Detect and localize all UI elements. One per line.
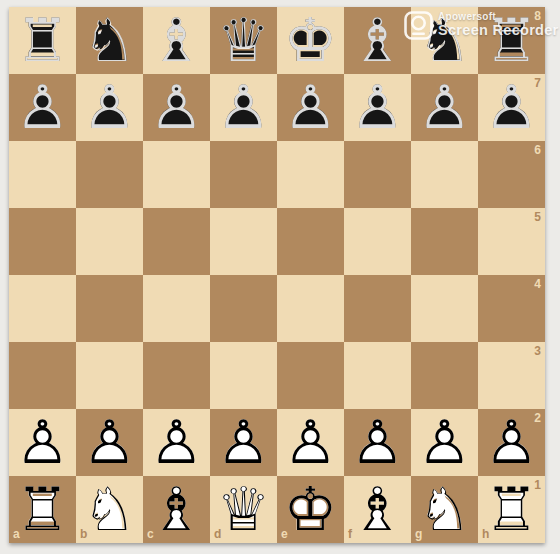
square-g7[interactable]: ♟♙ — [411, 74, 478, 141]
square-h4[interactable]: 4 — [478, 275, 545, 342]
chess-board: ♜♖♞♘♝♗♛♕♚♔♝♗♞♘8♜♖♟♙♟♙♟♙♟♙♟♙♟♙♟♙7♟♙6543♟♙… — [9, 7, 545, 543]
square-a3[interactable] — [9, 342, 76, 409]
square-b8[interactable]: ♞♘ — [76, 7, 143, 74]
square-b4[interactable] — [76, 275, 143, 342]
square-e4[interactable] — [277, 275, 344, 342]
square-h1[interactable]: 1h♜♖ — [478, 476, 545, 543]
square-d4[interactable] — [210, 275, 277, 342]
white-pawn-outline: ♙ — [344, 409, 411, 476]
white-bishop-outline: ♗ — [143, 476, 210, 543]
white-pawn-outline: ♙ — [411, 409, 478, 476]
white-queen-d1[interactable]: ♛♕ — [210, 476, 277, 543]
black-rook-outline: ♖ — [9, 7, 76, 74]
white-knight-g1[interactable]: ♞♘ — [411, 476, 478, 543]
square-g6[interactable] — [411, 141, 478, 208]
square-d7[interactable]: ♟♙ — [210, 74, 277, 141]
white-pawn-outline: ♙ — [277, 409, 344, 476]
square-g4[interactable] — [411, 275, 478, 342]
white-bishop-outline: ♗ — [344, 476, 411, 543]
black-knight-b8[interactable]: ♞♘ — [76, 7, 143, 74]
rank-label-6: 6 — [534, 144, 541, 156]
black-knight-outline: ♘ — [411, 7, 478, 74]
rank-label-3: 3 — [534, 345, 541, 357]
white-pawn-outline: ♙ — [210, 409, 277, 476]
black-pawn-outline: ♙ — [344, 74, 411, 141]
square-f5[interactable] — [344, 208, 411, 275]
app-window: ♜♖♞♘♝♗♛♕♚♔♝♗♞♘8♜♖♟♙♟♙♟♙♟♙♟♙♟♙♟♙7♟♙6543♟♙… — [0, 0, 560, 554]
square-g5[interactable] — [411, 208, 478, 275]
square-a5[interactable] — [9, 208, 76, 275]
square-h2[interactable]: 2♟♙ — [478, 409, 545, 476]
white-bishop-c1[interactable]: ♝♗ — [143, 476, 210, 543]
black-king-e8[interactable]: ♚♔ — [277, 7, 344, 74]
white-rook-outline: ♖ — [9, 476, 76, 543]
black-pawn-b7[interactable]: ♟♙ — [76, 74, 143, 141]
black-king-outline: ♔ — [277, 7, 344, 74]
black-bishop-f8[interactable]: ♝♗ — [344, 7, 411, 74]
white-knight-outline: ♘ — [411, 476, 478, 543]
square-f1[interactable]: f♝♗ — [344, 476, 411, 543]
black-pawn-a7[interactable]: ♟♙ — [9, 74, 76, 141]
rank-label-5: 5 — [534, 211, 541, 223]
square-d3[interactable] — [210, 342, 277, 409]
black-pawn-outline: ♙ — [478, 74, 545, 141]
black-knight-outline: ♘ — [76, 7, 143, 74]
black-bishop-outline: ♗ — [344, 7, 411, 74]
black-pawn-outline: ♙ — [277, 74, 344, 141]
white-pawn-outline: ♙ — [76, 409, 143, 476]
square-f2[interactable]: ♟♙ — [344, 409, 411, 476]
white-pawn-b2[interactable]: ♟♙ — [76, 409, 143, 476]
black-pawn-outline: ♙ — [411, 74, 478, 141]
square-d2[interactable]: ♟♙ — [210, 409, 277, 476]
black-queen-d8[interactable]: ♛♕ — [210, 7, 277, 74]
black-pawn-c7[interactable]: ♟♙ — [143, 74, 210, 141]
square-f4[interactable] — [344, 275, 411, 342]
black-pawn-outline: ♙ — [76, 74, 143, 141]
square-g3[interactable] — [411, 342, 478, 409]
black-pawn-f7[interactable]: ♟♙ — [344, 74, 411, 141]
square-f7[interactable]: ♟♙ — [344, 74, 411, 141]
square-b6[interactable] — [76, 141, 143, 208]
black-pawn-outline: ♙ — [143, 74, 210, 141]
black-queen-outline: ♕ — [210, 7, 277, 74]
black-pawn-outline: ♙ — [9, 74, 76, 141]
square-a1[interactable]: a♜♖ — [9, 476, 76, 543]
square-h8[interactable]: 8♜♖ — [478, 7, 545, 74]
white-pawn-f2[interactable]: ♟♙ — [344, 409, 411, 476]
square-c4[interactable] — [143, 275, 210, 342]
black-rook-outline: ♖ — [478, 7, 545, 74]
square-c8[interactable]: ♝♗ — [143, 7, 210, 74]
white-knight-outline: ♘ — [76, 476, 143, 543]
square-h3[interactable]: 3 — [478, 342, 545, 409]
square-b1[interactable]: b♞♘ — [76, 476, 143, 543]
square-d1[interactable]: d♛♕ — [210, 476, 277, 543]
square-e6[interactable] — [277, 141, 344, 208]
square-h6[interactable]: 6 — [478, 141, 545, 208]
white-bishop-f1[interactable]: ♝♗ — [344, 476, 411, 543]
square-a6[interactable] — [9, 141, 76, 208]
black-pawn-g7[interactable]: ♟♙ — [411, 74, 478, 141]
white-knight-b1[interactable]: ♞♘ — [76, 476, 143, 543]
square-d6[interactable] — [210, 141, 277, 208]
square-c5[interactable] — [143, 208, 210, 275]
square-e7[interactable]: ♟♙ — [277, 74, 344, 141]
white-pawn-h2[interactable]: ♟♙ — [478, 409, 545, 476]
square-e3[interactable] — [277, 342, 344, 409]
square-d5[interactable] — [210, 208, 277, 275]
square-e2[interactable]: ♟♙ — [277, 409, 344, 476]
rank-label-4: 4 — [534, 278, 541, 290]
square-f8[interactable]: ♝♗ — [344, 7, 411, 74]
white-pawn-e2[interactable]: ♟♙ — [277, 409, 344, 476]
black-pawn-e7[interactable]: ♟♙ — [277, 74, 344, 141]
white-pawn-outline: ♙ — [9, 409, 76, 476]
square-b3[interactable] — [76, 342, 143, 409]
black-knight-g8[interactable]: ♞♘ — [411, 7, 478, 74]
white-rook-a1[interactable]: ♜♖ — [9, 476, 76, 543]
black-pawn-d7[interactable]: ♟♙ — [210, 74, 277, 141]
square-c6[interactable] — [143, 141, 210, 208]
square-c7[interactable]: ♟♙ — [143, 74, 210, 141]
square-g8[interactable]: ♞♘ — [411, 7, 478, 74]
black-rook-h8[interactable]: ♜♖ — [478, 7, 545, 74]
square-c3[interactable] — [143, 342, 210, 409]
white-pawn-outline: ♙ — [478, 409, 545, 476]
black-rook-a8[interactable]: ♜♖ — [9, 7, 76, 74]
white-pawn-a2[interactable]: ♟♙ — [9, 409, 76, 476]
square-h5[interactable]: 5 — [478, 208, 545, 275]
black-pawn-outline: ♙ — [210, 74, 277, 141]
black-pawn-h7[interactable]: ♟♙ — [478, 74, 545, 141]
square-a8[interactable]: ♜♖ — [9, 7, 76, 74]
white-rook-h1[interactable]: ♜♖ — [478, 476, 545, 543]
white-pawn-d2[interactable]: ♟♙ — [210, 409, 277, 476]
white-pawn-g2[interactable]: ♟♙ — [411, 409, 478, 476]
square-a2[interactable]: ♟♙ — [9, 409, 76, 476]
square-a4[interactable] — [9, 275, 76, 342]
white-queen-outline: ♕ — [210, 476, 277, 543]
black-bishop-c8[interactable]: ♝♗ — [143, 7, 210, 74]
white-rook-outline: ♖ — [478, 476, 545, 543]
square-g1[interactable]: g♞♘ — [411, 476, 478, 543]
white-pawn-c2[interactable]: ♟♙ — [143, 409, 210, 476]
square-b5[interactable] — [76, 208, 143, 275]
square-a7[interactable]: ♟♙ — [9, 74, 76, 141]
square-b7[interactable]: ♟♙ — [76, 74, 143, 141]
square-e5[interactable] — [277, 208, 344, 275]
square-b2[interactable]: ♟♙ — [76, 409, 143, 476]
square-d8[interactable]: ♛♕ — [210, 7, 277, 74]
square-f6[interactable] — [344, 141, 411, 208]
square-h7[interactable]: 7♟♙ — [478, 74, 545, 141]
square-g2[interactable]: ♟♙ — [411, 409, 478, 476]
square-c1[interactable]: c♝♗ — [143, 476, 210, 543]
square-e8[interactable]: ♚♔ — [277, 7, 344, 74]
white-king-e1[interactable]: ♚♔ — [277, 476, 344, 543]
black-bishop-outline: ♗ — [143, 7, 210, 74]
white-king-outline: ♔ — [277, 476, 344, 543]
square-e1[interactable]: e♚♔ — [277, 476, 344, 543]
square-c2[interactable]: ♟♙ — [143, 409, 210, 476]
square-f3[interactable] — [344, 342, 411, 409]
white-pawn-outline: ♙ — [143, 409, 210, 476]
